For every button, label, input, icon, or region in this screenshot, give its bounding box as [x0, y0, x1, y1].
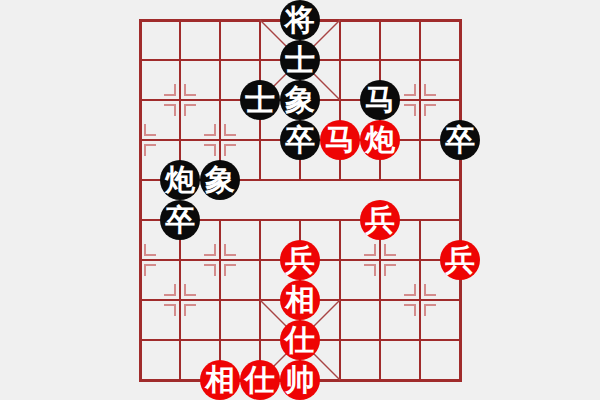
piece-glyph: 士 [245, 85, 275, 115]
piece-red-cannon[interactable]: 炮 [360, 120, 400, 160]
piece-red-elephant-2[interactable]: 相 [200, 360, 240, 400]
xiangqi-game-screen: 将士士象马卒卒炮象卒马炮兵兵兵相仕相仕帅 [0, 0, 600, 400]
piece-red-elephant-1[interactable]: 相 [280, 280, 320, 320]
piece-glyph: 仕 [245, 365, 275, 395]
piece-glyph: 马 [325, 125, 355, 155]
piece-black-elephant-2[interactable]: 象 [200, 160, 240, 200]
piece-black-horse[interactable]: 马 [360, 80, 400, 120]
piece-glyph: 卒 [165, 205, 195, 235]
piece-red-general[interactable]: 帅 [280, 360, 320, 400]
piece-glyph: 仕 [285, 325, 315, 355]
piece-glyph: 炮 [365, 125, 395, 155]
piece-glyph: 兵 [445, 245, 475, 275]
piece-black-advisor-1[interactable]: 士 [280, 40, 320, 80]
xiangqi-board[interactable]: 将士士象马卒卒炮象卒马炮兵兵兵相仕相仕帅 [120, 0, 480, 400]
piece-black-advisor-2[interactable]: 士 [240, 80, 280, 120]
piece-glyph: 卒 [445, 125, 475, 155]
piece-glyph: 兵 [285, 245, 315, 275]
piece-glyph: 卒 [285, 125, 315, 155]
piece-red-advisor-2[interactable]: 仕 [240, 360, 280, 400]
piece-black-soldier-1[interactable]: 卒 [280, 120, 320, 160]
piece-glyph: 相 [205, 365, 235, 395]
piece-black-elephant-1[interactable]: 象 [280, 80, 320, 120]
piece-black-soldier-2[interactable]: 卒 [440, 120, 480, 160]
piece-glyph: 马 [365, 85, 395, 115]
piece-glyph: 象 [285, 85, 315, 115]
piece-glyph: 将 [285, 5, 315, 35]
piece-glyph: 帅 [285, 365, 315, 395]
piece-glyph: 相 [285, 285, 315, 315]
piece-black-general[interactable]: 将 [280, 0, 320, 40]
piece-red-horse[interactable]: 马 [320, 120, 360, 160]
piece-glyph: 炮 [165, 165, 195, 195]
piece-black-cannon[interactable]: 炮 [160, 160, 200, 200]
piece-black-soldier-3[interactable]: 卒 [160, 200, 200, 240]
piece-red-pawn-2[interactable]: 兵 [280, 240, 320, 280]
piece-red-pawn-1[interactable]: 兵 [360, 200, 400, 240]
piece-glyph: 象 [205, 165, 235, 195]
piece-red-advisor-1[interactable]: 仕 [280, 320, 320, 360]
piece-glyph: 兵 [365, 205, 395, 235]
piece-glyph: 士 [285, 45, 315, 75]
piece-red-pawn-3[interactable]: 兵 [440, 240, 480, 280]
